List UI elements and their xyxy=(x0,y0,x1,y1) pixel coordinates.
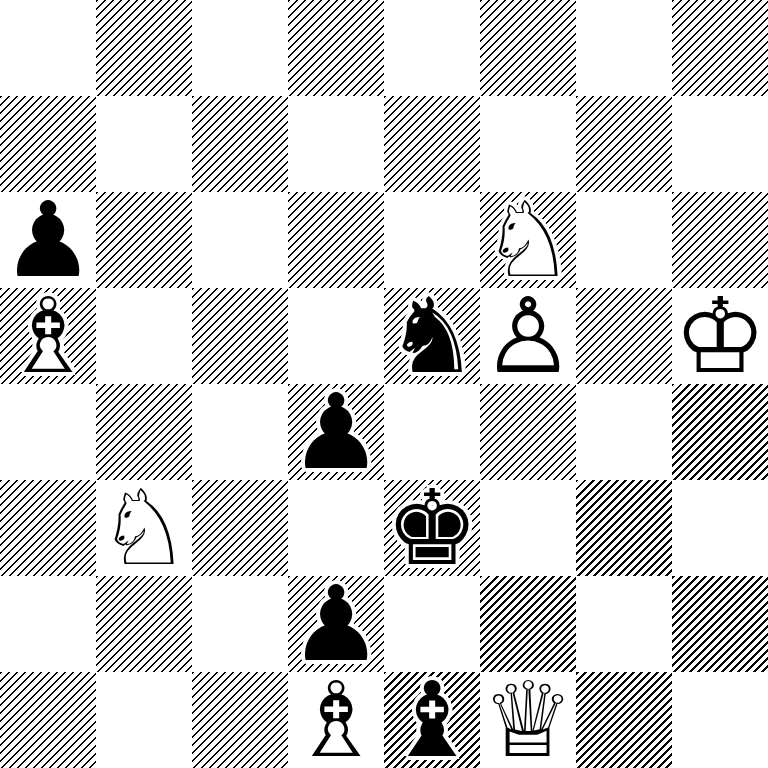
black-knight[interactable]: ♞♞ xyxy=(384,288,480,384)
square-g1[interactable] xyxy=(576,672,672,768)
square-b6[interactable] xyxy=(96,192,192,288)
square-a5[interactable]: ♝♗ xyxy=(0,288,96,384)
square-h3[interactable] xyxy=(672,480,768,576)
square-e3[interactable]: ♚♚ xyxy=(384,480,480,576)
square-b4[interactable] xyxy=(96,384,192,480)
square-h7[interactable] xyxy=(672,96,768,192)
square-f7[interactable] xyxy=(480,96,576,192)
square-f2[interactable] xyxy=(480,576,576,672)
black-bishop-icon: ♝ xyxy=(384,672,480,768)
square-c6[interactable] xyxy=(192,192,288,288)
white-knight-icon: ♘ xyxy=(96,480,192,576)
square-d5[interactable] xyxy=(288,288,384,384)
square-f8[interactable] xyxy=(480,0,576,96)
square-e6[interactable] xyxy=(384,192,480,288)
square-b3[interactable]: ♞♘ xyxy=(96,480,192,576)
black-pawn[interactable]: ♟♟ xyxy=(288,576,384,672)
square-b7[interactable] xyxy=(96,96,192,192)
square-g4[interactable] xyxy=(576,384,672,480)
square-h2[interactable] xyxy=(672,576,768,672)
white-king[interactable]: ♚♔ xyxy=(672,288,768,384)
square-g8[interactable] xyxy=(576,0,672,96)
square-b1[interactable] xyxy=(96,672,192,768)
white-bishop[interactable]: ♝♗ xyxy=(0,288,96,384)
square-a8[interactable] xyxy=(0,0,96,96)
square-b8[interactable] xyxy=(96,0,192,96)
white-pawn-icon: ♙ xyxy=(480,288,576,384)
white-queen-icon: ♕ xyxy=(480,672,576,768)
square-c2[interactable] xyxy=(192,576,288,672)
chess-board: ♟♟♞♘♝♗♞♞♟♙♚♔♟♟♞♘♚♚♟♟♝♗♝♝♛♕ xyxy=(0,0,768,768)
square-c7[interactable] xyxy=(192,96,288,192)
square-c5[interactable] xyxy=(192,288,288,384)
square-d1[interactable]: ♝♗ xyxy=(288,672,384,768)
white-knight[interactable]: ♞♘ xyxy=(480,192,576,288)
white-bishop[interactable]: ♝♗ xyxy=(288,672,384,768)
square-c8[interactable] xyxy=(192,0,288,96)
black-pawn-icon: ♟ xyxy=(0,192,96,288)
black-pawn-icon: ♟ xyxy=(288,576,384,672)
square-g2[interactable] xyxy=(576,576,672,672)
square-e7[interactable] xyxy=(384,96,480,192)
white-queen[interactable]: ♛♕ xyxy=(480,672,576,768)
square-a2[interactable] xyxy=(0,576,96,672)
square-h6[interactable] xyxy=(672,192,768,288)
square-g7[interactable] xyxy=(576,96,672,192)
black-knight-icon: ♞ xyxy=(384,288,480,384)
square-a7[interactable] xyxy=(0,96,96,192)
square-d7[interactable] xyxy=(288,96,384,192)
square-h8[interactable] xyxy=(672,0,768,96)
square-e2[interactable] xyxy=(384,576,480,672)
square-e1[interactable]: ♝♝ xyxy=(384,672,480,768)
black-king-icon: ♚ xyxy=(384,480,480,576)
square-e8[interactable] xyxy=(384,0,480,96)
white-bishop-icon: ♗ xyxy=(0,288,96,384)
square-h4[interactable] xyxy=(672,384,768,480)
square-c1[interactable] xyxy=(192,672,288,768)
square-g5[interactable] xyxy=(576,288,672,384)
square-f4[interactable] xyxy=(480,384,576,480)
square-f1[interactable]: ♛♕ xyxy=(480,672,576,768)
black-pawn[interactable]: ♟♟ xyxy=(0,192,96,288)
square-h5[interactable]: ♚♔ xyxy=(672,288,768,384)
square-e4[interactable] xyxy=(384,384,480,480)
square-g6[interactable] xyxy=(576,192,672,288)
square-f6[interactable]: ♞♘ xyxy=(480,192,576,288)
square-d3[interactable] xyxy=(288,480,384,576)
square-a1[interactable] xyxy=(0,672,96,768)
square-f5[interactable]: ♟♙ xyxy=(480,288,576,384)
square-f3[interactable] xyxy=(480,480,576,576)
square-h1[interactable] xyxy=(672,672,768,768)
square-g3[interactable] xyxy=(576,480,672,576)
white-knight[interactable]: ♞♘ xyxy=(96,480,192,576)
square-c3[interactable] xyxy=(192,480,288,576)
square-c4[interactable] xyxy=(192,384,288,480)
square-a6[interactable]: ♟♟ xyxy=(0,192,96,288)
square-a3[interactable] xyxy=(0,480,96,576)
white-pawn[interactable]: ♟♙ xyxy=(480,288,576,384)
square-d6[interactable] xyxy=(288,192,384,288)
square-b5[interactable] xyxy=(96,288,192,384)
white-king-icon: ♔ xyxy=(672,288,768,384)
square-d2[interactable]: ♟♟ xyxy=(288,576,384,672)
square-d8[interactable] xyxy=(288,0,384,96)
black-king[interactable]: ♚♚ xyxy=(384,480,480,576)
square-b2[interactable] xyxy=(96,576,192,672)
black-pawn[interactable]: ♟♟ xyxy=(288,384,384,480)
white-bishop-icon: ♗ xyxy=(288,672,384,768)
black-pawn-icon: ♟ xyxy=(288,384,384,480)
square-a4[interactable] xyxy=(0,384,96,480)
white-knight-icon: ♘ xyxy=(480,192,576,288)
black-bishop[interactable]: ♝♝ xyxy=(384,672,480,768)
square-d4[interactable]: ♟♟ xyxy=(288,384,384,480)
square-e5[interactable]: ♞♞ xyxy=(384,288,480,384)
